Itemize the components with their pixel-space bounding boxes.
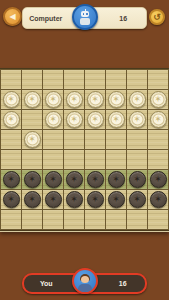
board-cell[interactable]: ✶ — [1, 110, 21, 129]
board-cell[interactable] — [127, 150, 147, 169]
board-cell[interactable] — [127, 210, 147, 229]
board-cell[interactable] — [1, 150, 21, 169]
board-cell[interactable]: ✶ — [85, 90, 105, 109]
board-cell[interactable] — [148, 210, 168, 229]
white-piece[interactable]: ✶ — [150, 91, 167, 108]
player-piece-count: 16 — [101, 280, 146, 287]
board-cell[interactable] — [43, 210, 63, 229]
board-cell[interactable] — [43, 150, 63, 169]
black-piece[interactable]: ✶ — [150, 171, 167, 188]
game-screen: ◀ Computer 16 ↺ ✶✶✶✶✶✶✶✶✶✶✶✶✶✶✶✶✶✶✶✶✶✶✶✶… — [0, 0, 169, 300]
board-cell[interactable] — [148, 70, 168, 89]
board-cell[interactable]: ✶ — [43, 190, 63, 209]
board-cell[interactable]: ✶ — [106, 170, 126, 189]
board-cell[interactable]: ✶ — [64, 170, 84, 189]
black-piece[interactable]: ✶ — [3, 191, 20, 208]
white-piece[interactable]: ✶ — [45, 91, 62, 108]
black-piece[interactable]: ✶ — [45, 171, 62, 188]
black-piece[interactable]: ✶ — [45, 191, 62, 208]
board-cell[interactable] — [64, 210, 84, 229]
board-cell[interactable]: ✶ — [85, 190, 105, 209]
board-cell[interactable]: ✶ — [106, 110, 126, 129]
board-cell[interactable] — [127, 130, 147, 149]
board-cell[interactable] — [64, 130, 84, 149]
board-cell[interactable] — [1, 210, 21, 229]
board-cell[interactable]: ✶ — [64, 90, 84, 109]
white-piece[interactable]: ✶ — [87, 111, 104, 128]
board-cell[interactable] — [43, 70, 63, 89]
black-piece[interactable]: ✶ — [66, 171, 83, 188]
undo-button[interactable]: ↺ — [149, 9, 165, 25]
board-cell[interactable] — [106, 70, 126, 89]
white-piece[interactable]: ✶ — [3, 111, 20, 128]
player-name: You — [24, 280, 69, 287]
avatar-face — [81, 276, 89, 283]
undo-icon: ↺ — [153, 12, 161, 22]
board-cell[interactable] — [85, 130, 105, 149]
board-cell[interactable]: ✶ — [148, 90, 168, 109]
black-piece[interactable]: ✶ — [129, 171, 146, 188]
board-cell[interactable] — [148, 130, 168, 149]
opponent-piece-count: 16 — [101, 15, 147, 22]
white-piece[interactable]: ✶ — [150, 111, 167, 128]
board-cell[interactable] — [22, 150, 42, 169]
board-cell[interactable]: ✶ — [127, 110, 147, 129]
black-piece[interactable]: ✶ — [108, 191, 125, 208]
board-cell[interactable] — [64, 70, 84, 89]
white-piece[interactable]: ✶ — [87, 91, 104, 108]
board-cell[interactable]: ✶ — [22, 190, 42, 209]
draughts-board: ✶✶✶✶✶✶✶✶✶✶✶✶✶✶✶✶✶✶✶✶✶✶✶✶✶✶✶✶✶✶✶✶ — [0, 68, 169, 231]
board-cell[interactable] — [1, 70, 21, 89]
white-piece[interactable]: ✶ — [3, 91, 20, 108]
board-cell[interactable]: ✶ — [85, 170, 105, 189]
board-cell[interactable]: ✶ — [127, 90, 147, 109]
board-cell[interactable] — [127, 70, 147, 89]
board-cell[interactable]: ✶ — [1, 190, 21, 209]
black-piece[interactable]: ✶ — [108, 171, 125, 188]
board-cell[interactable]: ✶ — [22, 130, 42, 149]
robot-avatar — [72, 4, 98, 30]
board-cell[interactable] — [106, 210, 126, 229]
back-icon: ◀ — [9, 12, 15, 21]
black-piece[interactable]: ✶ — [87, 171, 104, 188]
board-cell[interactable]: ✶ — [127, 190, 147, 209]
white-piece[interactable]: ✶ — [45, 111, 62, 128]
black-piece[interactable]: ✶ — [24, 171, 41, 188]
player-avatar — [72, 268, 98, 294]
black-piece[interactable]: ✶ — [150, 191, 167, 208]
board-cell[interactable]: ✶ — [43, 170, 63, 189]
board-cell[interactable]: ✶ — [22, 170, 42, 189]
board-cell[interactable] — [85, 150, 105, 169]
black-piece[interactable]: ✶ — [129, 191, 146, 208]
board-cell[interactable]: ✶ — [148, 110, 168, 129]
board-cell[interactable]: ✶ — [64, 190, 84, 209]
board-cell[interactable]: ✶ — [148, 190, 168, 209]
white-piece[interactable]: ✶ — [24, 131, 41, 148]
black-piece[interactable]: ✶ — [3, 171, 20, 188]
white-piece[interactable]: ✶ — [108, 111, 125, 128]
board-cell[interactable]: ✶ — [1, 90, 21, 109]
board-cell[interactable]: ✶ — [127, 170, 147, 189]
board-cell[interactable] — [1, 130, 21, 149]
board-cell[interactable] — [64, 150, 84, 169]
board-cell[interactable] — [148, 150, 168, 169]
board-cell[interactable]: ✶ — [64, 110, 84, 129]
black-piece[interactable]: ✶ — [87, 191, 104, 208]
board-cell[interactable] — [22, 210, 42, 229]
board-cell[interactable]: ✶ — [148, 170, 168, 189]
black-piece[interactable]: ✶ — [66, 191, 83, 208]
white-piece[interactable]: ✶ — [129, 111, 146, 128]
board-cell[interactable]: ✶ — [106, 190, 126, 209]
board-cell[interactable]: ✶ — [22, 90, 42, 109]
board-cell[interactable] — [22, 110, 42, 129]
robot-head-icon — [81, 11, 89, 17]
board-cell[interactable]: ✶ — [43, 90, 63, 109]
board-cell[interactable] — [106, 150, 126, 169]
board-cell[interactable] — [43, 130, 63, 149]
board-cell[interactable] — [106, 130, 126, 149]
board-cell[interactable] — [22, 70, 42, 89]
board-cell[interactable] — [85, 210, 105, 229]
board-cell[interactable]: ✶ — [106, 90, 126, 109]
white-piece[interactable]: ✶ — [66, 91, 83, 108]
opponent-name: Computer — [23, 15, 69, 22]
avatar-shirt — [78, 284, 92, 292]
white-piece[interactable]: ✶ — [108, 91, 125, 108]
black-piece[interactable]: ✶ — [24, 191, 41, 208]
white-piece[interactable]: ✶ — [129, 91, 146, 108]
white-piece[interactable]: ✶ — [24, 91, 41, 108]
white-piece[interactable]: ✶ — [66, 111, 83, 128]
board-cell[interactable] — [85, 70, 105, 89]
board-cell[interactable]: ✶ — [85, 110, 105, 129]
back-button[interactable]: ◀ — [3, 7, 22, 26]
board-cell[interactable]: ✶ — [1, 170, 21, 189]
board-cell[interactable]: ✶ — [43, 110, 63, 129]
